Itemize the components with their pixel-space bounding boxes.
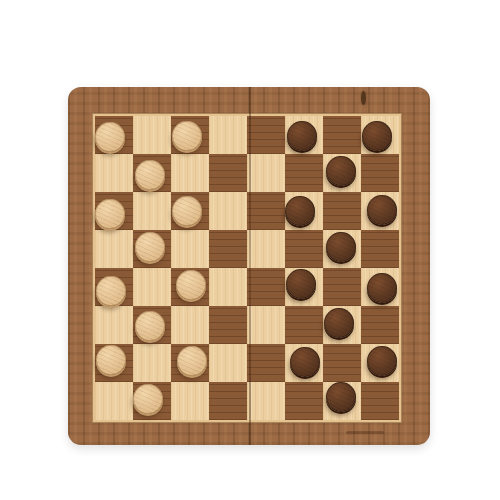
board-square[interactable] <box>285 306 323 344</box>
board-square[interactable] <box>95 382 133 420</box>
board-square[interactable] <box>247 192 285 230</box>
checker-piece-light[interactable] <box>95 199 125 229</box>
board-square[interactable] <box>285 230 323 268</box>
board-square[interactable] <box>133 192 171 230</box>
board-square[interactable] <box>323 116 361 154</box>
board-square[interactable] <box>95 230 133 268</box>
checker-piece-dark[interactable] <box>286 269 316 299</box>
board-square[interactable] <box>247 344 285 382</box>
board-inlay-border <box>92 113 402 423</box>
checker-piece-dark[interactable] <box>326 382 356 412</box>
checker-piece-light[interactable] <box>172 196 202 226</box>
board-square[interactable] <box>247 154 285 192</box>
board-square[interactable] <box>209 306 247 344</box>
board-square[interactable] <box>171 382 209 420</box>
board-square[interactable] <box>247 230 285 268</box>
board-square[interactable] <box>209 116 247 154</box>
board-square[interactable] <box>209 154 247 192</box>
board-square[interactable] <box>209 230 247 268</box>
checker-piece-dark[interactable] <box>287 121 317 151</box>
board-square[interactable] <box>323 192 361 230</box>
checker-piece-light[interactable] <box>176 270 206 300</box>
board-square[interactable] <box>209 344 247 382</box>
checker-piece-dark[interactable] <box>326 156 356 186</box>
checker-piece-dark[interactable] <box>367 346 397 376</box>
checker-piece-light[interactable] <box>96 276 126 306</box>
board-grid <box>95 116 399 420</box>
board-square[interactable] <box>323 344 361 382</box>
checker-piece-light[interactable] <box>135 311 165 341</box>
checker-piece-dark[interactable] <box>326 232 356 262</box>
board-square[interactable] <box>361 230 399 268</box>
board-square[interactable] <box>133 268 171 306</box>
board-square[interactable] <box>361 154 399 192</box>
board-square[interactable] <box>247 116 285 154</box>
board-square[interactable] <box>247 306 285 344</box>
checker-piece-light[interactable] <box>95 122 125 152</box>
checker-piece-dark[interactable] <box>324 308 354 338</box>
board-square[interactable] <box>247 382 285 420</box>
checker-piece-light[interactable] <box>172 121 202 151</box>
wood-grain-streak <box>346 431 384 434</box>
checker-piece-dark[interactable] <box>285 196 315 226</box>
board-square[interactable] <box>209 192 247 230</box>
board-square[interactable] <box>247 268 285 306</box>
checker-piece-dark[interactable] <box>367 195 397 225</box>
board-square[interactable] <box>95 154 133 192</box>
board-square[interactable] <box>171 306 209 344</box>
checker-piece-light[interactable] <box>135 160 165 190</box>
board-square[interactable] <box>95 306 133 344</box>
checker-piece-dark[interactable] <box>367 273 397 303</box>
wood-knot <box>361 91 366 105</box>
checker-piece-dark[interactable] <box>362 121 392 151</box>
photo-background <box>0 0 500 500</box>
checker-piece-light[interactable] <box>135 232 165 262</box>
board-square[interactable] <box>209 382 247 420</box>
checker-piece-dark[interactable] <box>290 347 320 377</box>
board-square[interactable] <box>209 268 247 306</box>
checker-piece-light[interactable] <box>177 346 207 376</box>
board-square[interactable] <box>133 344 171 382</box>
board-square[interactable] <box>361 382 399 420</box>
board-square[interactable] <box>171 230 209 268</box>
checker-piece-light[interactable] <box>96 345 126 375</box>
board-square[interactable] <box>361 306 399 344</box>
board-square[interactable] <box>171 154 209 192</box>
board-square[interactable] <box>133 116 171 154</box>
board-square[interactable] <box>323 268 361 306</box>
board-square[interactable] <box>285 382 323 420</box>
board-square[interactable] <box>285 154 323 192</box>
checkers-board <box>68 87 430 445</box>
checker-piece-light[interactable] <box>133 384 163 414</box>
